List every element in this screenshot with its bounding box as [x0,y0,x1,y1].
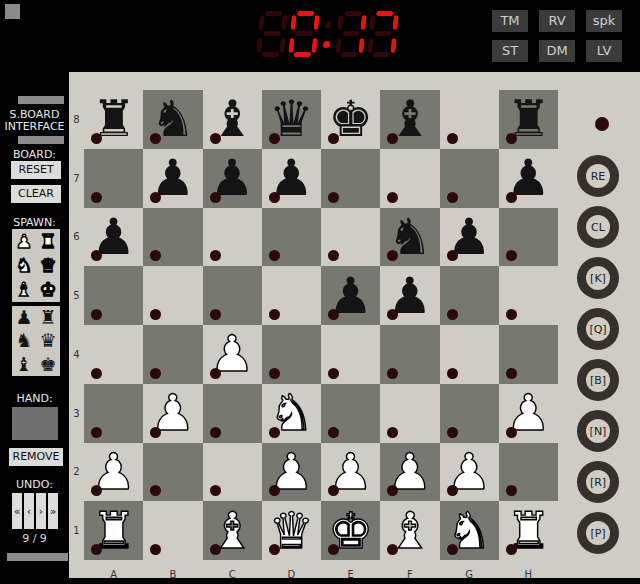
square-f8[interactable]: ♝ [380,90,439,149]
spawn-piece-b[interactable]: ♝ [15,353,32,376]
square-dot [328,544,339,555]
square-f6[interactable]: ♞ [380,208,439,267]
spawn-piece-N[interactable]: ♞ [15,254,32,277]
file-label-b: B [143,562,202,580]
square-f5[interactable]: ♟ [380,266,439,325]
board-section-label: BOARD: [0,148,69,161]
square-g2[interactable]: ♟ [440,443,499,502]
square-e6[interactable] [321,208,380,267]
sidebar-divider [18,136,64,144]
square-a4[interactable] [84,325,143,384]
spawn-piece-k[interactable]: ♚ [39,353,56,376]
spawn-piece-B[interactable]: ♝ [15,278,32,301]
square-c1[interactable]: ♝ [203,501,262,560]
panel-p-button[interactable]: [P] [577,512,619,554]
spawn-piece-p[interactable]: ♟ [15,306,32,329]
spawn-piece-R[interactable]: ♜ [39,230,56,253]
square-dot [150,485,161,496]
spawn-black-tray: ♟♜♞♛♝♚ [12,306,60,376]
square-dot [269,192,280,203]
square-b6[interactable] [143,208,202,267]
square-g5[interactable] [440,266,499,325]
clear-button[interactable]: CLEAR [11,185,61,203]
square-a1[interactable]: ♜ [84,501,143,560]
square-c2[interactable] [203,443,262,502]
undo-buttons: «‹›» [12,493,60,529]
square-dot [91,544,102,555]
square-h4[interactable] [499,325,558,384]
square-d1[interactable]: ♛ [262,501,321,560]
square-a5[interactable] [84,266,143,325]
square-a3[interactable] [84,384,143,443]
square-b4[interactable] [143,325,202,384]
square-g1[interactable]: ♞ [440,501,499,560]
st-button[interactable]: ST [492,40,528,62]
square-c6[interactable] [203,208,262,267]
square-c8[interactable]: ♝ [203,90,262,149]
square-dot [150,368,161,379]
square-dot [506,368,517,379]
square-e2[interactable]: ♟ [321,443,380,502]
rank-label-3: 3 [69,384,84,443]
tm-button[interactable]: TM [492,10,528,32]
square-c7[interactable]: ♟ [203,149,262,208]
rank-labels: 87654321 [69,90,84,560]
square-dot [506,544,517,555]
header-buttons-row1: TMRVspk [492,10,622,32]
square-dot [269,544,280,555]
square-dot [387,427,398,438]
square-e8[interactable]: ♚ [321,90,380,149]
square-f2[interactable]: ♟ [380,443,439,502]
spawn-piece-K[interactable]: ♚ [39,278,56,301]
square-dot [150,427,161,438]
clock-digit [256,11,288,57]
square-b1[interactable] [143,501,202,560]
panel-n-button[interactable]: [N] [577,410,619,452]
undo-first-button[interactable]: « [12,493,22,529]
square-c5[interactable] [203,266,262,325]
square-dot [269,368,280,379]
file-label-e: E [321,562,380,580]
spawn-white-tray: ♟♜♞♛♝♚ [12,229,60,302]
square-h6[interactable] [499,208,558,267]
square-dot [269,133,280,144]
square-h8[interactable]: ♜ [499,90,558,149]
square-dot [506,309,517,320]
square-d5[interactable] [262,266,321,325]
spk-button[interactable]: spk [586,10,622,32]
square-dot [210,427,221,438]
square-f4[interactable] [380,325,439,384]
square-b3[interactable]: ♟ [143,384,202,443]
square-dot [210,309,221,320]
header-buttons-row2: STDMLV [492,40,622,62]
square-dot [447,544,458,555]
sidebar-divider [7,553,68,561]
clock-digit [367,11,399,57]
square-f3[interactable] [380,384,439,443]
square-dot [447,309,458,320]
square-h3[interactable]: ♟ [499,384,558,443]
square-dot [506,250,517,261]
square-f7[interactable] [380,149,439,208]
square-dot [506,485,517,496]
undo-forward-button[interactable]: › [36,493,46,529]
spawn-piece-P[interactable]: ♟ [15,230,32,253]
hand-section-label: HAND: [0,392,69,405]
square-dot [387,133,398,144]
rank-label-8: 8 [69,90,84,149]
square-h1[interactable]: ♜ [499,501,558,560]
undo-counter: 9 / 9 [0,532,69,545]
square-dot [210,192,221,203]
square-h2[interactable] [499,443,558,502]
square-dot [447,250,458,261]
sidebar-divider [18,96,64,104]
square-g8[interactable] [440,90,499,149]
spawn-section-label: SPAWN: [0,216,69,229]
app-window: TMRVspk STDMLV S.BOARD INTERFACE BOARD: … [0,0,640,584]
square-d2[interactable]: ♟ [262,443,321,502]
square-g6[interactable]: ♟ [440,208,499,267]
square-dot [447,427,458,438]
square-d7[interactable]: ♟ [262,149,321,208]
dm-button[interactable]: DM [539,40,575,62]
panel-dot [595,117,609,131]
square-dot [328,427,339,438]
square-g7[interactable] [440,149,499,208]
square-d6[interactable] [262,208,321,267]
square-dot [150,544,161,555]
lv-button[interactable]: LV [586,40,622,62]
square-e3[interactable] [321,384,380,443]
panel-r-button[interactable]: [R] [577,461,619,503]
square-dot [447,485,458,496]
square-a8[interactable]: ♜ [84,90,143,149]
hand-slot[interactable] [12,407,58,440]
square-b2[interactable] [143,443,202,502]
file-label-f: F [380,562,439,580]
square-e4[interactable] [321,325,380,384]
file-labels: ABCDEFGH [84,562,558,580]
panel-re-button[interactable]: RE [577,155,619,197]
rank-label-1: 1 [69,501,84,560]
rv-button[interactable]: RV [539,10,575,32]
square-dot [506,192,517,203]
square-dot [91,133,102,144]
corner-mark [5,4,20,19]
square-dot [506,427,517,438]
undo-section-label: UNDO: [0,478,69,491]
square-b5[interactable] [143,266,202,325]
rank-label-2: 2 [69,443,84,502]
clock-digit [288,11,320,57]
file-label-c: C [203,562,262,580]
square-dot [150,192,161,203]
square-c4[interactable]: ♟ [203,325,262,384]
square-e5[interactable]: ♟ [321,266,380,325]
square-e1[interactable]: ♚ [321,501,380,560]
square-h5[interactable] [499,266,558,325]
square-dot [328,368,339,379]
clock-colon [322,11,334,57]
square-a7[interactable] [84,149,143,208]
square-dot [387,192,398,203]
square-d8[interactable]: ♛ [262,90,321,149]
square-dot [210,133,221,144]
rank-label-5: 5 [69,266,84,325]
panel-b-button[interactable]: [B] [577,359,619,401]
square-dot [328,250,339,261]
reset-button[interactable]: RESET [11,161,61,179]
square-dot [506,133,517,144]
square-dot [91,192,102,203]
square-b7[interactable]: ♟ [143,149,202,208]
square-dot [91,368,102,379]
square-a2[interactable]: ♟ [84,443,143,502]
panel-k-button[interactable]: [K] [577,257,619,299]
square-dot [269,427,280,438]
square-c3[interactable] [203,384,262,443]
square-dot [447,368,458,379]
chess-board: ♜♞♝♛♚♝♜♟♟♟♟♟♞♟♟♟♟♟♞♟♟♟♟♟♟♜♝♛♚♝♞♜ [84,90,558,560]
square-dot [210,368,221,379]
panel-q-button[interactable]: [Q] [577,308,619,350]
square-f1[interactable]: ♝ [380,501,439,560]
square-g4[interactable] [440,325,499,384]
square-dot [269,309,280,320]
rank-label-6: 6 [69,208,84,267]
square-dot [150,250,161,261]
spawn-piece-n[interactable]: ♞ [15,329,32,352]
rank-label-4: 4 [69,325,84,384]
file-label-a: A [84,562,143,580]
square-e7[interactable] [321,149,380,208]
square-dot [269,250,280,261]
file-label-g: G [440,562,499,580]
clock-digit [335,11,367,57]
square-dot [150,309,161,320]
file-label-d: D [262,562,321,580]
spawn-piece-r[interactable]: ♜ [39,306,56,329]
square-d3[interactable]: ♞ [262,384,321,443]
square-b8[interactable]: ♞ [143,90,202,149]
spawn-piece-q[interactable]: ♛ [39,329,56,352]
square-dot [269,485,280,496]
square-h7[interactable]: ♟ [499,149,558,208]
square-dot [210,544,221,555]
rank-label-7: 7 [69,149,84,208]
spawn-piece-Q[interactable]: ♛ [39,254,56,277]
sidebar-title-line2: INTERFACE [0,120,69,133]
square-dot [91,427,102,438]
undo-back-button[interactable]: ‹ [24,493,34,529]
square-dot [210,250,221,261]
square-g3[interactable] [440,384,499,443]
square-dot [328,133,339,144]
square-dot [447,133,458,144]
square-d4[interactable] [262,325,321,384]
square-dot [150,133,161,144]
square-dot [91,309,102,320]
square-dot [447,192,458,203]
square-dot [387,368,398,379]
file-label-h: H [499,562,558,580]
square-a6[interactable]: ♟ [84,208,143,267]
clock-display [256,11,403,57]
square-dot [328,192,339,203]
square-dot [328,309,339,320]
panel-cl-button[interactable]: CL [577,206,619,248]
square-dot [210,485,221,496]
remove-button[interactable]: REMOVE [9,448,63,466]
board-panel: 87654321 ♜♞♝♛♚♝♜♟♟♟♟♟♞♟♟♟♟♟♞♟♟♟♟♟♟♜♝♛♚♝♞… [69,72,640,578]
undo-last-button[interactable]: » [48,493,58,529]
